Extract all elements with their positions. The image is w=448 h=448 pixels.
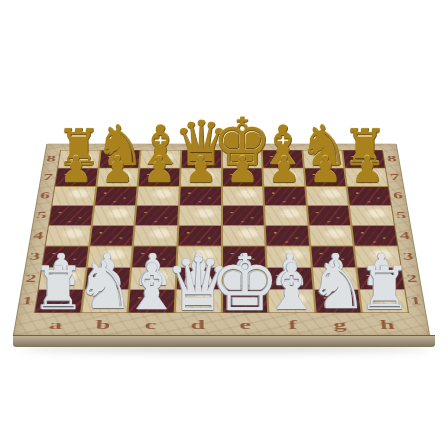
square-a5: [49, 206, 93, 225]
square-d3: [177, 247, 220, 267]
square-f8: [263, 150, 303, 167]
square-h5: [350, 206, 394, 225]
square-c1: [129, 290, 175, 312]
rank-label-right-7: 7: [386, 168, 404, 186]
square-e8: [222, 150, 261, 167]
square-b8: [99, 150, 140, 167]
product-photo: abcdefgh8877665544332211 ♜♞♝♛♚♝♞♜♟♟♟♟♟♟♟…: [0, 0, 448, 448]
square-e4: [222, 226, 264, 246]
square-b7: [97, 168, 138, 186]
square-d8: [181, 150, 220, 167]
square-h1: [360, 290, 407, 312]
square-c4: [134, 226, 177, 246]
file-label-g: g: [315, 315, 364, 335]
square-e6: [222, 187, 263, 205]
square-g8: [303, 150, 344, 167]
square-b3: [87, 247, 132, 267]
square-a6: [52, 187, 95, 205]
square-d5: [179, 206, 220, 225]
file-label-f: f: [268, 315, 317, 335]
board-squares: [34, 150, 409, 313]
square-a8: [58, 150, 99, 167]
square-f2: [268, 268, 313, 289]
square-b4: [90, 226, 134, 246]
square-g4: [309, 226, 353, 246]
rank-label-right-1: 1: [405, 290, 426, 313]
square-a7: [55, 168, 97, 186]
rank-label-left-3: 3: [25, 246, 45, 267]
square-b2: [85, 268, 131, 289]
rank-label-left-8: 8: [42, 150, 60, 168]
square-g7: [305, 168, 346, 186]
square-h3: [355, 247, 400, 267]
square-c3: [132, 247, 176, 267]
square-f6: [264, 187, 305, 205]
square-a3: [42, 247, 87, 267]
file-label-h: h: [362, 315, 412, 335]
square-c6: [137, 187, 178, 205]
square-f1: [269, 290, 315, 312]
square-e1: [223, 290, 268, 312]
square-d1: [176, 290, 221, 312]
square-c2: [131, 268, 176, 289]
rank-label-right-6: 6: [389, 186, 408, 205]
square-a4: [46, 226, 91, 246]
rank-label-left-5: 5: [32, 206, 51, 226]
square-h8: [344, 150, 385, 167]
rank-label-right-4: 4: [395, 225, 415, 246]
square-g1: [315, 290, 362, 312]
file-label-e: e: [222, 315, 270, 335]
file-label-b: b: [78, 315, 127, 335]
rank-label-right-5: 5: [392, 206, 411, 226]
square-a1: [35, 290, 82, 312]
file-label-c: c: [126, 315, 175, 335]
board-front-edge: [13, 335, 435, 347]
square-d4: [178, 226, 220, 246]
square-f7: [264, 168, 305, 186]
rank-label-right-2: 2: [402, 268, 422, 290]
rank-label-left-7: 7: [39, 168, 57, 186]
rank-label-left-6: 6: [36, 186, 55, 205]
square-g3: [311, 247, 356, 267]
square-b1: [82, 290, 129, 312]
square-h2: [358, 268, 404, 289]
square-d7: [181, 168, 221, 186]
square-g2: [313, 268, 359, 289]
square-c8: [140, 150, 180, 167]
square-b5: [92, 206, 135, 225]
square-h4: [353, 226, 398, 246]
rank-label-right-8: 8: [383, 150, 401, 168]
file-label-d: d: [174, 315, 222, 335]
square-f5: [265, 206, 307, 225]
square-g6: [306, 187, 348, 205]
square-f4: [266, 226, 309, 246]
square-f3: [267, 247, 311, 267]
square-c5: [136, 206, 178, 225]
square-d2: [177, 268, 221, 289]
rank-label-left-4: 4: [28, 225, 48, 246]
square-b6: [95, 187, 137, 205]
square-e5: [222, 206, 263, 225]
rank-label-left-2: 2: [21, 268, 41, 290]
file-label-a: a: [30, 315, 80, 335]
rank-label-right-3: 3: [398, 246, 418, 267]
chess-board: abcdefgh8877665544332211: [13, 144, 431, 337]
square-a2: [39, 268, 85, 289]
square-e3: [223, 247, 266, 267]
square-e2: [223, 268, 267, 289]
square-h7: [346, 168, 388, 186]
square-h6: [348, 187, 391, 205]
square-e7: [222, 168, 262, 186]
square-g5: [308, 206, 351, 225]
square-d6: [180, 187, 221, 205]
square-c7: [139, 168, 180, 186]
